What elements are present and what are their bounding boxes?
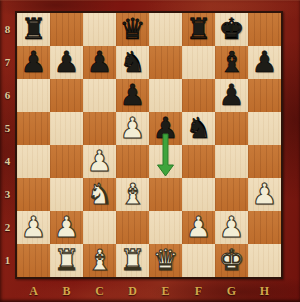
square-g2[interactable]: ♟ — [215, 211, 248, 244]
piece-white-rook[interactable]: ♜ — [116, 244, 149, 277]
file-label-f: F — [182, 281, 215, 301]
square-h3[interactable]: ♟ — [248, 178, 281, 211]
piece-black-king[interactable]: ♚ — [215, 13, 248, 46]
square-e7[interactable] — [149, 46, 182, 79]
rank-label-7: 7 — [0, 46, 15, 79]
piece-white-pawn[interactable]: ♟ — [17, 211, 50, 244]
square-b1[interactable]: ♜ — [50, 244, 83, 277]
file-label-a: A — [17, 281, 50, 301]
square-a8[interactable]: ♜ — [17, 13, 50, 46]
square-b5[interactable] — [50, 112, 83, 145]
square-e5[interactable]: ♟ — [149, 112, 182, 145]
square-e1[interactable]: ♛ — [149, 244, 182, 277]
square-c2[interactable] — [83, 211, 116, 244]
square-f5[interactable]: ♞ — [182, 112, 215, 145]
square-d2[interactable] — [116, 211, 149, 244]
rank-label-3: 3 — [0, 178, 15, 211]
square-h7[interactable]: ♟ — [248, 46, 281, 79]
rank-label-1: 1 — [0, 244, 15, 277]
square-d5[interactable]: ♟ — [116, 112, 149, 145]
square-g3[interactable] — [215, 178, 248, 211]
square-f3[interactable] — [182, 178, 215, 211]
square-e4[interactable] — [149, 145, 182, 178]
piece-black-pawn[interactable]: ♟ — [116, 79, 149, 112]
square-h4[interactable] — [248, 145, 281, 178]
square-a2[interactable]: ♟ — [17, 211, 50, 244]
file-label-e: E — [149, 281, 182, 301]
piece-black-rook[interactable]: ♜ — [182, 13, 215, 46]
square-d6[interactable]: ♟ — [116, 79, 149, 112]
piece-white-pawn[interactable]: ♟ — [215, 211, 248, 244]
square-f8[interactable]: ♜ — [182, 13, 215, 46]
square-g5[interactable] — [215, 112, 248, 145]
piece-white-bishop[interactable]: ♝ — [116, 178, 149, 211]
piece-black-bishop[interactable]: ♝ — [215, 46, 248, 79]
square-d3[interactable]: ♝ — [116, 178, 149, 211]
square-f6[interactable] — [182, 79, 215, 112]
square-a3[interactable] — [17, 178, 50, 211]
square-g8[interactable]: ♚ — [215, 13, 248, 46]
square-c5[interactable] — [83, 112, 116, 145]
square-c7[interactable]: ♟ — [83, 46, 116, 79]
square-b3[interactable] — [50, 178, 83, 211]
square-c6[interactable] — [83, 79, 116, 112]
piece-black-pawn[interactable]: ♟ — [248, 46, 281, 79]
piece-white-bishop[interactable]: ♝ — [83, 244, 116, 277]
file-label-g: G — [215, 281, 248, 301]
square-g1[interactable]: ♚ — [215, 244, 248, 277]
piece-white-pawn[interactable]: ♟ — [182, 211, 215, 244]
rank-label-6: 6 — [0, 79, 15, 112]
square-b4[interactable] — [50, 145, 83, 178]
rank-label-5: 5 — [0, 112, 15, 145]
piece-black-pawn[interactable]: ♟ — [50, 46, 83, 79]
piece-white-pawn[interactable]: ♟ — [50, 211, 83, 244]
piece-white-knight[interactable]: ♞ — [83, 178, 116, 211]
square-e8[interactable] — [149, 13, 182, 46]
piece-white-pawn[interactable]: ♟ — [248, 178, 281, 211]
square-h2[interactable] — [248, 211, 281, 244]
square-h1[interactable] — [248, 244, 281, 277]
piece-black-pawn[interactable]: ♟ — [149, 112, 182, 145]
square-c3[interactable]: ♞ — [83, 178, 116, 211]
square-h8[interactable] — [248, 13, 281, 46]
square-h6[interactable] — [248, 79, 281, 112]
file-label-b: B — [50, 281, 83, 301]
square-a1[interactable] — [17, 244, 50, 277]
square-c8[interactable] — [83, 13, 116, 46]
square-a7[interactable]: ♟ — [17, 46, 50, 79]
square-e2[interactable] — [149, 211, 182, 244]
square-b8[interactable] — [50, 13, 83, 46]
file-label-h: H — [248, 281, 281, 301]
square-a5[interactable] — [17, 112, 50, 145]
square-g6[interactable]: ♟ — [215, 79, 248, 112]
piece-black-pawn[interactable]: ♟ — [83, 46, 116, 79]
piece-black-queen[interactable]: ♛ — [116, 13, 149, 46]
square-h5[interactable] — [248, 112, 281, 145]
piece-black-rook[interactable]: ♜ — [17, 13, 50, 46]
square-d1[interactable]: ♜ — [116, 244, 149, 277]
piece-white-pawn[interactable]: ♟ — [116, 112, 149, 145]
square-e6[interactable] — [149, 79, 182, 112]
square-a6[interactable] — [17, 79, 50, 112]
square-d7[interactable]: ♞ — [116, 46, 149, 79]
square-f7[interactable] — [182, 46, 215, 79]
square-c4[interactable]: ♟ — [83, 145, 116, 178]
square-c1[interactable]: ♝ — [83, 244, 116, 277]
square-f2[interactable]: ♟ — [182, 211, 215, 244]
piece-black-knight[interactable]: ♞ — [116, 46, 149, 79]
rank-label-4: 4 — [0, 145, 15, 178]
piece-black-pawn[interactable]: ♟ — [17, 46, 50, 79]
square-b6[interactable] — [50, 79, 83, 112]
square-g7[interactable]: ♝ — [215, 46, 248, 79]
file-label-d: D — [116, 281, 149, 301]
piece-white-rook[interactable]: ♜ — [50, 244, 83, 277]
square-d4[interactable] — [116, 145, 149, 178]
square-g4[interactable] — [215, 145, 248, 178]
square-a4[interactable] — [17, 145, 50, 178]
square-e3[interactable] — [149, 178, 182, 211]
square-d8[interactable]: ♛ — [116, 13, 149, 46]
square-b2[interactable]: ♟ — [50, 211, 83, 244]
piece-white-pawn[interactable]: ♟ — [83, 145, 116, 178]
square-b7[interactable]: ♟ — [50, 46, 83, 79]
square-f4[interactable] — [182, 145, 215, 178]
piece-black-pawn[interactable]: ♟ — [215, 79, 248, 112]
rank-label-8: 8 — [0, 13, 15, 46]
square-f1[interactable] — [182, 244, 215, 277]
rank-label-2: 2 — [0, 211, 15, 244]
piece-white-queen[interactable]: ♛ — [149, 244, 182, 277]
chess-app-window: ♜♛♜♚♟♟♟♞♝♟♟♟♟♟♞♟♞♝♟♟♟♟♟♜♝♜♛♚ 87654321 AB… — [0, 0, 300, 302]
piece-black-knight[interactable]: ♞ — [182, 112, 215, 145]
piece-white-king[interactable]: ♚ — [215, 244, 248, 277]
chess-board: ♜♛♜♚♟♟♟♞♝♟♟♟♟♟♞♟♞♝♟♟♟♟♟♜♝♜♛♚ — [15, 11, 283, 279]
file-label-c: C — [83, 281, 116, 301]
